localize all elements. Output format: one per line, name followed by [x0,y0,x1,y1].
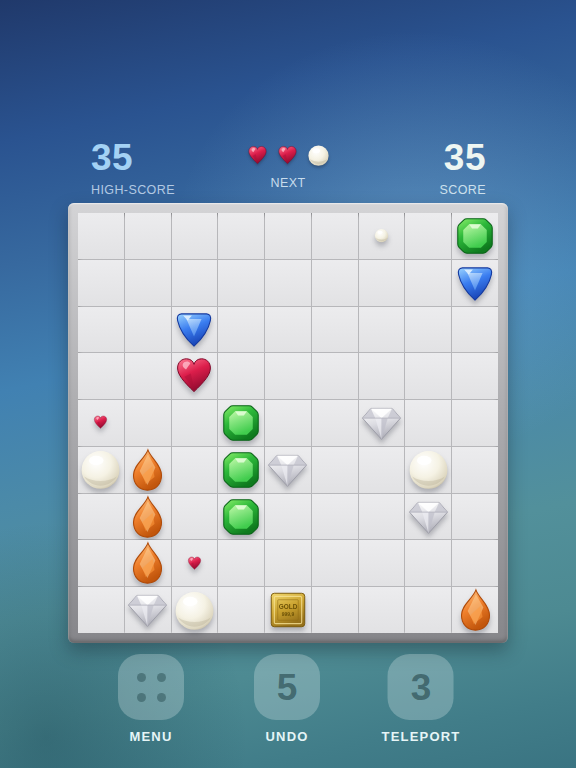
board-cell[interactable] [172,540,218,586]
board-cell[interactable] [405,587,451,633]
board-frame: GOLD999,9 [68,203,508,643]
board-cell[interactable] [265,540,311,586]
board-cell[interactable] [78,213,124,259]
game-screen: 35 HIGH-SCORE NEXT 35 SCORE GOLD999,9 ME… [0,0,576,768]
board-cell[interactable] [405,447,451,493]
board-cell[interactable] [78,400,124,446]
undo-control: 5 UNDO [254,654,320,744]
board-cell[interactable] [78,307,124,353]
board-cell[interactable] [452,540,498,586]
board-cell[interactable] [172,494,218,540]
board-cell[interactable] [452,400,498,446]
board-cell[interactable] [172,587,218,633]
board-cell[interactable] [312,540,358,586]
board-cell[interactable] [359,494,405,540]
board-cell[interactable] [312,587,358,633]
next-piece-pearl [307,144,330,167]
ball-pearl[interactable] [407,448,450,491]
board-cell[interactable] [172,307,218,353]
board-cell[interactable] [452,494,498,540]
board-cell[interactable] [125,447,171,493]
controls-bar: MENU 5 UNDO 3 TELEPORT [0,654,576,754]
gem-blue[interactable] [173,308,215,350]
board-cell[interactable] [78,540,124,586]
board-cell[interactable] [312,447,358,493]
board-cell[interactable] [125,307,171,353]
board-cell[interactable] [78,260,124,306]
board-cell[interactable] [172,353,218,399]
board-cell[interactable] [452,213,498,259]
undo-button[interactable]: 5 [254,654,320,720]
board-cell[interactable] [125,540,171,586]
gem-orange[interactable] [130,541,165,585]
board-cell[interactable] [218,494,264,540]
svg-text:GOLD: GOLD [279,603,298,610]
board-cell[interactable] [452,260,498,306]
board-cell[interactable] [265,213,311,259]
board-cell[interactable] [452,587,498,633]
board-cell[interactable] [125,353,171,399]
board-cell[interactable] [405,353,451,399]
board-cell[interactable] [218,353,264,399]
board-cell[interactable] [218,260,264,306]
teleport-count: 3 [411,669,432,706]
board-cell[interactable] [359,307,405,353]
gem-red-heart[interactable] [174,356,214,396]
ball-pearl[interactable] [79,448,122,491]
teleport-label: TELEPORT [382,729,461,744]
board-cell[interactable] [218,540,264,586]
board-cell[interactable] [265,353,311,399]
score-label: SCORE [440,183,486,197]
gem-blue[interactable] [454,262,496,304]
board-cell[interactable] [405,540,451,586]
board-cell[interactable] [265,494,311,540]
board-cell[interactable] [172,213,218,259]
score-block: 35 SCORE [440,140,486,197]
menu-button[interactable] [118,654,184,720]
next-block: NEXT [0,142,576,190]
next-piece-red-heart [247,145,268,166]
board-cell[interactable] [78,494,124,540]
board-cell[interactable] [312,400,358,446]
board-cell[interactable] [78,353,124,399]
board-cell[interactable] [312,260,358,306]
board-cell[interactable] [312,353,358,399]
board-cell[interactable] [265,447,311,493]
incoming-pearl[interactable] [374,228,389,243]
board-cell[interactable] [359,587,405,633]
board-cell[interactable] [125,400,171,446]
board-cell[interactable] [312,213,358,259]
board-cell[interactable] [312,494,358,540]
gem-green[interactable] [454,215,496,257]
board-cell[interactable] [265,307,311,353]
board-cell[interactable] [125,213,171,259]
board-cell[interactable] [125,587,171,633]
board-cell[interactable] [218,587,264,633]
board-cell[interactable] [78,447,124,493]
board-cell[interactable] [312,307,358,353]
board-cell[interactable] [265,260,311,306]
board-cell[interactable] [172,260,218,306]
gem-orange[interactable] [458,588,493,632]
board-cell[interactable] [452,353,498,399]
score-value: 35 [440,140,486,176]
gem-green[interactable] [220,496,262,538]
board-cell[interactable] [405,260,451,306]
menu-control: MENU [118,654,184,744]
board-cell[interactable] [218,400,264,446]
board-cell[interactable] [405,494,451,540]
teleport-button[interactable]: 3 [388,654,454,720]
board-cell[interactable] [359,540,405,586]
board-cell[interactable] [405,213,451,259]
board-cell[interactable] [218,447,264,493]
board-cell[interactable] [78,587,124,633]
teleport-control: 3 TELEPORT [382,654,461,744]
undo-count: 5 [277,669,298,706]
gem-green[interactable] [220,449,262,491]
board-cell[interactable] [359,213,405,259]
next-piece-red-heart [277,145,298,166]
incoming-red-heart[interactable] [187,556,202,571]
gem-orange[interactable] [130,495,165,539]
gem-diamond[interactable] [406,498,451,536]
gem-diamond[interactable] [359,404,404,442]
board-cell[interactable] [359,447,405,493]
next-label: NEXT [0,176,576,190]
board-cell[interactable] [125,260,171,306]
board-cell[interactable] [172,400,218,446]
hud: 35 HIGH-SCORE NEXT 35 SCORE [0,140,576,200]
gem-diamond[interactable] [265,451,310,489]
undo-label: UNDO [254,729,320,744]
four-dots-icon [134,670,168,704]
gem-green[interactable] [220,402,262,444]
board-cell[interactable] [452,447,498,493]
incoming-red-heart[interactable] [93,415,108,430]
board-cell[interactable] [125,494,171,540]
board-cell[interactable] [405,307,451,353]
board-cell[interactable] [359,400,405,446]
board-cell[interactable] [218,307,264,353]
board-cell[interactable]: GOLD999,9 [265,587,311,633]
next-pieces [0,142,576,168]
gem-diamond[interactable] [125,591,170,629]
gem-orange[interactable] [130,448,165,492]
menu-label: MENU [118,729,184,744]
board-cell[interactable] [359,260,405,306]
gold-bar[interactable]: GOLD999,9 [269,591,307,629]
board-cell[interactable] [172,447,218,493]
board-cell[interactable] [452,307,498,353]
ball-pearl[interactable] [173,589,216,632]
board-grid: GOLD999,9 [78,213,498,633]
board-cell[interactable] [265,400,311,446]
board-cell[interactable] [359,353,405,399]
board-cell[interactable] [405,400,451,446]
svg-text:999,9: 999,9 [282,612,295,617]
board-cell[interactable] [218,213,264,259]
